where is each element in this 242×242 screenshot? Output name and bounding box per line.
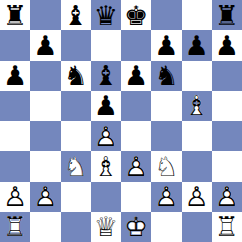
white-piece-outline-glyph: ♙ [0, 182, 30, 212]
square-g1[interactable] [182, 212, 212, 242]
piece-white-pawn[interactable]: ♟♙ [91, 121, 121, 151]
piece-black-pawn[interactable]: ♟ [0, 61, 30, 91]
piece-white-queen[interactable]: ♛♕ [91, 212, 121, 242]
square-d3[interactable]: ♝♗ [91, 151, 121, 181]
square-f3[interactable]: ♞♘ [151, 151, 181, 181]
square-d1[interactable]: ♛♕ [91, 212, 121, 242]
square-a5[interactable] [0, 91, 30, 121]
piece-black-king[interactable]: ♚ [121, 0, 151, 30]
piece-black-pawn[interactable]: ♟ [151, 30, 181, 60]
square-h1[interactable]: ♜♖ [212, 212, 242, 242]
piece-white-knight[interactable]: ♞♘ [61, 151, 91, 181]
square-g3[interactable] [182, 151, 212, 181]
square-h8[interactable]: ♜ [212, 0, 242, 30]
square-e6[interactable]: ♟ [121, 61, 151, 91]
square-d4[interactable]: ♟♙ [91, 121, 121, 151]
white-piece-outline-glyph: ♙ [30, 182, 60, 212]
square-f2[interactable]: ♟♙ [151, 182, 181, 212]
square-h6[interactable] [212, 61, 242, 91]
square-h2[interactable]: ♟♙ [212, 182, 242, 212]
square-c4[interactable] [61, 121, 91, 151]
piece-black-pawn[interactable]: ♟ [91, 91, 121, 121]
square-f6[interactable]: ♞ [151, 61, 181, 91]
square-e2[interactable] [121, 182, 151, 212]
white-piece-outline-glyph: ♘ [151, 151, 181, 181]
square-c8[interactable]: ♝ [61, 0, 91, 30]
piece-black-queen[interactable]: ♛ [91, 0, 121, 30]
square-a7[interactable] [0, 30, 30, 60]
square-e5[interactable] [121, 91, 151, 121]
piece-white-bishop[interactable]: ♝♗ [91, 151, 121, 181]
square-a8[interactable]: ♜ [0, 0, 30, 30]
square-d2[interactable] [91, 182, 121, 212]
square-f8[interactable] [151, 0, 181, 30]
square-b2[interactable]: ♟♙ [30, 182, 60, 212]
square-e1[interactable]: ♚♔ [121, 212, 151, 242]
square-d5[interactable]: ♟ [91, 91, 121, 121]
piece-white-pawn[interactable]: ♟♙ [212, 182, 242, 212]
white-piece-outline-glyph: ♙ [212, 182, 242, 212]
square-c1[interactable] [61, 212, 91, 242]
square-b7[interactable]: ♟ [30, 30, 60, 60]
square-b8[interactable] [30, 0, 60, 30]
square-e8[interactable]: ♚ [121, 0, 151, 30]
square-h4[interactable] [212, 121, 242, 151]
piece-white-bishop[interactable]: ♝♗ [182, 91, 212, 121]
piece-white-king[interactable]: ♚♔ [121, 212, 151, 242]
white-piece-outline-glyph: ♕ [91, 212, 121, 242]
square-g7[interactable]: ♟ [182, 30, 212, 60]
square-e4[interactable] [121, 121, 151, 151]
piece-white-pawn[interactable]: ♟♙ [151, 182, 181, 212]
square-a3[interactable] [0, 151, 30, 181]
white-piece-outline-glyph: ♙ [182, 182, 212, 212]
square-a4[interactable] [0, 121, 30, 151]
square-g8[interactable] [182, 0, 212, 30]
white-piece-outline-glyph: ♘ [61, 151, 91, 181]
chess-board: ♜♝♛♚♜♟♟♟♟♟♞♝♟♞♟♝♗♟♙♞♘♝♗♟♙♞♘♟♙♟♙♟♙♟♙♟♙♜♖♛… [0, 0, 242, 242]
piece-black-pawn[interactable]: ♟ [182, 30, 212, 60]
square-c5[interactable] [61, 91, 91, 121]
square-b4[interactable] [30, 121, 60, 151]
square-c6[interactable]: ♞ [61, 61, 91, 91]
square-b5[interactable] [30, 91, 60, 121]
square-d6[interactable]: ♝ [91, 61, 121, 91]
square-a1[interactable]: ♜♖ [0, 212, 30, 242]
square-f1[interactable] [151, 212, 181, 242]
square-a6[interactable]: ♟ [0, 61, 30, 91]
piece-white-pawn[interactable]: ♟♙ [0, 182, 30, 212]
square-f7[interactable]: ♟ [151, 30, 181, 60]
square-a2[interactable]: ♟♙ [0, 182, 30, 212]
piece-black-bishop[interactable]: ♝ [91, 61, 121, 91]
white-piece-outline-glyph: ♗ [182, 91, 212, 121]
square-b1[interactable] [30, 212, 60, 242]
piece-white-pawn[interactable]: ♟♙ [121, 151, 151, 181]
square-g2[interactable]: ♟♙ [182, 182, 212, 212]
piece-white-knight[interactable]: ♞♘ [151, 151, 181, 181]
white-piece-outline-glyph: ♙ [121, 151, 151, 181]
square-h3[interactable] [212, 151, 242, 181]
square-h5[interactable] [212, 91, 242, 121]
square-e3[interactable]: ♟♙ [121, 151, 151, 181]
piece-black-knight[interactable]: ♞ [151, 61, 181, 91]
piece-white-rook[interactable]: ♜♖ [212, 212, 242, 242]
white-piece-outline-glyph: ♖ [0, 212, 30, 242]
square-f5[interactable] [151, 91, 181, 121]
piece-black-pawn[interactable]: ♟ [212, 30, 242, 60]
square-d7[interactable] [91, 30, 121, 60]
white-piece-outline-glyph: ♔ [121, 212, 151, 242]
square-e7[interactable] [121, 30, 151, 60]
white-piece-outline-glyph: ♗ [91, 151, 121, 181]
square-b6[interactable] [30, 61, 60, 91]
square-c7[interactable] [61, 30, 91, 60]
piece-white-pawn[interactable]: ♟♙ [30, 182, 60, 212]
piece-white-rook[interactable]: ♜♖ [0, 212, 30, 242]
square-g6[interactable] [182, 61, 212, 91]
piece-black-pawn[interactable]: ♟ [121, 61, 151, 91]
square-f4[interactable] [151, 121, 181, 151]
white-piece-outline-glyph: ♙ [151, 182, 181, 212]
white-piece-outline-glyph: ♙ [91, 121, 121, 151]
piece-black-knight[interactable]: ♞ [61, 61, 91, 91]
white-piece-outline-glyph: ♖ [212, 212, 242, 242]
square-g5[interactable]: ♝♗ [182, 91, 212, 121]
square-h7[interactable]: ♟ [212, 30, 242, 60]
piece-black-rook[interactable]: ♜ [212, 0, 242, 30]
piece-black-bishop[interactable]: ♝ [61, 0, 91, 30]
piece-white-pawn[interactable]: ♟♙ [182, 182, 212, 212]
square-b3[interactable] [30, 151, 60, 181]
square-c2[interactable] [61, 182, 91, 212]
square-d8[interactable]: ♛ [91, 0, 121, 30]
piece-black-pawn[interactable]: ♟ [30, 30, 60, 60]
piece-black-rook[interactable]: ♜ [0, 0, 30, 30]
square-c3[interactable]: ♞♘ [61, 151, 91, 181]
square-g4[interactable] [182, 121, 212, 151]
